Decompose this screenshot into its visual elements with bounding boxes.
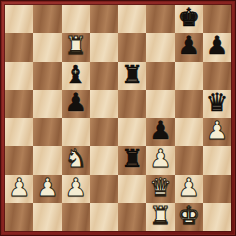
piece-white-rook-c7[interactable]: ♜ (64, 33, 86, 60)
square-g1[interactable]: ♚ (175, 203, 203, 231)
square-d1[interactable] (90, 203, 118, 231)
square-c4[interactable] (62, 118, 90, 146)
square-d4[interactable] (90, 118, 118, 146)
square-f8[interactable] (146, 5, 174, 33)
chess-board: ♚♜♟♟♝♜♟♛♟♟♞♜♟♟♟♟♛♟♜♚ (5, 5, 231, 231)
square-f7[interactable] (146, 33, 174, 61)
square-h3[interactable] (203, 146, 231, 174)
square-c1[interactable] (62, 203, 90, 231)
square-e5[interactable] (118, 90, 146, 118)
square-c7[interactable]: ♜ (62, 33, 90, 61)
square-a8[interactable] (5, 5, 33, 33)
square-b5[interactable] (33, 90, 61, 118)
piece-black-pawn-g7[interactable]: ♟ (177, 33, 199, 60)
square-b1[interactable] (33, 203, 61, 231)
square-h4[interactable]: ♟ (203, 118, 231, 146)
square-f2[interactable]: ♛ (146, 175, 174, 203)
piece-black-pawn-c5[interactable]: ♟ (64, 90, 86, 117)
piece-black-rook-e3[interactable]: ♜ (121, 146, 143, 173)
board-frame: ♚♜♟♟♝♜♟♛♟♟♞♜♟♟♟♟♛♟♜♚ (0, 0, 236, 236)
square-d5[interactable] (90, 90, 118, 118)
square-c5[interactable]: ♟ (62, 90, 90, 118)
square-a6[interactable] (5, 62, 33, 90)
square-e1[interactable] (118, 203, 146, 231)
square-b8[interactable] (33, 5, 61, 33)
square-h1[interactable] (203, 203, 231, 231)
square-a7[interactable] (5, 33, 33, 61)
square-h8[interactable] (203, 5, 231, 33)
square-c6[interactable]: ♝ (62, 62, 90, 90)
piece-white-pawn-g2[interactable]: ♟ (177, 175, 199, 202)
square-h2[interactable] (203, 175, 231, 203)
square-a3[interactable] (5, 146, 33, 174)
square-g7[interactable]: ♟ (175, 33, 203, 61)
piece-white-pawn-b2[interactable]: ♟ (36, 175, 58, 202)
piece-black-rook-e6[interactable]: ♜ (121, 62, 143, 89)
square-b7[interactable] (33, 33, 61, 61)
square-g5[interactable] (175, 90, 203, 118)
square-b3[interactable] (33, 146, 61, 174)
square-g8[interactable]: ♚ (175, 5, 203, 33)
square-b4[interactable] (33, 118, 61, 146)
square-c2[interactable]: ♟ (62, 175, 90, 203)
piece-white-king-g1[interactable]: ♚ (177, 203, 199, 230)
square-e7[interactable] (118, 33, 146, 61)
square-b6[interactable] (33, 62, 61, 90)
piece-black-bishop-c6[interactable]: ♝ (64, 62, 86, 89)
square-g4[interactable] (175, 118, 203, 146)
piece-white-knight-c3[interactable]: ♞ (64, 146, 86, 173)
piece-white-queen-f2[interactable]: ♛ (149, 175, 171, 202)
square-e3[interactable]: ♜ (118, 146, 146, 174)
square-g3[interactable] (175, 146, 203, 174)
square-d2[interactable] (90, 175, 118, 203)
square-e6[interactable]: ♜ (118, 62, 146, 90)
square-d6[interactable] (90, 62, 118, 90)
square-f5[interactable] (146, 90, 174, 118)
square-f4[interactable]: ♟ (146, 118, 174, 146)
square-d7[interactable] (90, 33, 118, 61)
square-d8[interactable] (90, 5, 118, 33)
piece-black-king-g8[interactable]: ♚ (177, 5, 199, 32)
square-e8[interactable] (118, 5, 146, 33)
square-c3[interactable]: ♞ (62, 146, 90, 174)
square-e2[interactable] (118, 175, 146, 203)
square-e4[interactable] (118, 118, 146, 146)
piece-black-queen-h5[interactable]: ♛ (206, 90, 228, 117)
square-f1[interactable]: ♜ (146, 203, 174, 231)
piece-white-rook-f1[interactable]: ♜ (149, 203, 171, 230)
square-a2[interactable]: ♟ (5, 175, 33, 203)
piece-white-pawn-c2[interactable]: ♟ (64, 175, 86, 202)
square-c8[interactable] (62, 5, 90, 33)
square-a1[interactable] (5, 203, 33, 231)
square-a4[interactable] (5, 118, 33, 146)
square-g2[interactable]: ♟ (175, 175, 203, 203)
piece-black-pawn-h7[interactable]: ♟ (206, 33, 228, 60)
square-h7[interactable]: ♟ (203, 33, 231, 61)
square-f6[interactable] (146, 62, 174, 90)
piece-white-pawn-a2[interactable]: ♟ (8, 175, 30, 202)
square-b2[interactable]: ♟ (33, 175, 61, 203)
square-g6[interactable] (175, 62, 203, 90)
square-f3[interactable]: ♟ (146, 146, 174, 174)
square-h5[interactable]: ♛ (203, 90, 231, 118)
square-h6[interactable] (203, 62, 231, 90)
piece-black-pawn-f4[interactable]: ♟ (149, 118, 171, 145)
piece-white-pawn-f3[interactable]: ♟ (149, 146, 171, 173)
square-d3[interactable] (90, 146, 118, 174)
piece-white-pawn-h4[interactable]: ♟ (206, 118, 228, 145)
square-a5[interactable] (5, 90, 33, 118)
